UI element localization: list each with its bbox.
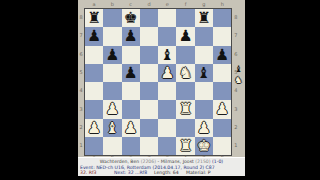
white-rook-f1[interactable]: ♜ — [176, 137, 194, 155]
square-d2[interactable] — [140, 119, 158, 137]
white-king-g1[interactable]: ♚ — [195, 137, 213, 155]
square-g8[interactable]: ♜ — [195, 9, 213, 27]
square-f4[interactable] — [176, 82, 194, 100]
file-label-d: d — [140, 2, 158, 7]
rank-label-8: 8 — [79, 8, 84, 26]
file-label-f: f — [177, 2, 195, 7]
square-c6[interactable] — [122, 46, 140, 64]
next-move: Next: 32 ...Rf8 — [114, 170, 154, 176]
game-info-panel: Wachterden, Ben (2206) - Milmans, Joost … — [78, 157, 245, 176]
black-bishop-e6[interactable]: ♝ — [158, 46, 176, 64]
square-b4[interactable] — [103, 82, 121, 100]
square-b2[interactable]: ♝ — [103, 119, 121, 137]
rank-label-5: 5 — [79, 63, 84, 81]
material-tray: ♝ ♞ — [233, 64, 244, 86]
square-h4[interactable] — [213, 82, 231, 100]
material-white-piece-icon: ♞ — [233, 75, 244, 86]
square-g3[interactable] — [195, 100, 213, 118]
file-label-h: h — [213, 2, 231, 7]
rank-label-6: 6 — [233, 45, 238, 63]
white-pawn-e5[interactable]: ♟ — [158, 64, 176, 82]
black-pawn-b6[interactable]: ♟ — [103, 46, 121, 64]
square-e7[interactable] — [158, 27, 176, 45]
rank-label-4: 4 — [79, 81, 84, 99]
square-g5[interactable]: ♝ — [195, 64, 213, 82]
square-b1[interactable] — [103, 137, 121, 155]
rank-label-2: 2 — [79, 118, 84, 136]
square-f1[interactable]: ♜ — [176, 137, 194, 155]
square-f8[interactable] — [176, 9, 194, 27]
black-pawn-f7[interactable]: ♟ — [176, 27, 194, 45]
game-length: Length: 64 — [154, 170, 186, 176]
square-f3[interactable]: ♜ — [176, 100, 194, 118]
square-a3[interactable] — [85, 100, 103, 118]
file-label-c: c — [122, 2, 140, 7]
black-pawn-a7[interactable]: ♟ — [85, 27, 103, 45]
square-d6[interactable] — [140, 46, 158, 64]
material-balance: Material: P — [186, 170, 210, 176]
black-rook-a8[interactable]: ♜ — [85, 9, 103, 27]
square-g4[interactable] — [195, 82, 213, 100]
square-e2[interactable] — [158, 119, 176, 137]
square-b7[interactable] — [103, 27, 121, 45]
black-rook-g8[interactable]: ♜ — [195, 9, 213, 27]
rank-label-3: 3 — [233, 100, 238, 118]
rank-label-7: 7 — [233, 26, 238, 44]
square-c3[interactable] — [122, 100, 140, 118]
square-e4[interactable] — [158, 82, 176, 100]
square-c5[interactable]: ♟ — [122, 64, 140, 82]
file-label-g: g — [195, 2, 213, 7]
square-d8[interactable] — [140, 9, 158, 27]
status-line: 32. Rf3 Next: 32 ...Rf8 Length: 64 Mater… — [80, 170, 243, 176]
black-player-name: Milmans, Joost — [161, 159, 194, 164]
game-result: (1-0) — [212, 159, 223, 164]
square-g1[interactable]: ♚ — [195, 137, 213, 155]
square-c1[interactable] — [122, 137, 140, 155]
square-a1[interactable] — [85, 137, 103, 155]
square-f6[interactable] — [176, 46, 194, 64]
square-a6[interactable] — [85, 46, 103, 64]
square-h3[interactable]: ♟ — [213, 100, 231, 118]
white-player-rating: (2206) — [141, 159, 156, 164]
square-b5[interactable] — [103, 64, 121, 82]
chess-board-area: ♜♚♜♟♟♟♟♝♟♟♟♞♝♟♜♟♟♝♟♟♜♚ aabbccddeeffgghh8… — [78, 0, 245, 158]
square-g7[interactable] — [195, 27, 213, 45]
square-a4[interactable] — [85, 82, 103, 100]
white-pawn-a2[interactable]: ♟ — [85, 119, 103, 137]
black-bishop-g5[interactable]: ♝ — [195, 64, 213, 82]
black-pawn-c5[interactable]: ♟ — [122, 64, 140, 82]
square-g6[interactable] — [195, 46, 213, 64]
rank-label-7: 7 — [79, 26, 84, 44]
square-h8[interactable] — [213, 9, 231, 27]
square-b6[interactable]: ♟ — [103, 46, 121, 64]
square-d1[interactable] — [140, 137, 158, 155]
square-h7[interactable] — [213, 27, 231, 45]
square-b3[interactable]: ♟ — [103, 100, 121, 118]
chess-board[interactable]: ♜♚♜♟♟♟♟♝♟♟♟♞♝♟♜♟♟♝♟♟♜♚ — [84, 8, 232, 156]
file-label-b: b — [103, 2, 121, 7]
square-a5[interactable] — [85, 64, 103, 82]
rank-label-6: 6 — [79, 45, 84, 63]
square-h5[interactable] — [213, 64, 231, 82]
square-a7[interactable]: ♟ — [85, 27, 103, 45]
file-label-e: e — [158, 2, 176, 7]
square-e8[interactable] — [158, 9, 176, 27]
square-d5[interactable] — [140, 64, 158, 82]
square-d7[interactable] — [140, 27, 158, 45]
square-c2[interactable]: ♟ — [122, 119, 140, 137]
rank-label-2: 2 — [233, 118, 238, 136]
square-d3[interactable] — [140, 100, 158, 118]
square-e5[interactable]: ♟ — [158, 64, 176, 82]
white-pawn-h3[interactable]: ♟ — [213, 100, 231, 118]
rank-label-8: 8 — [233, 8, 238, 26]
material-black-piece-icon: ♝ — [233, 64, 244, 75]
square-c8[interactable]: ♚ — [122, 9, 140, 27]
players-separator: - — [157, 159, 159, 164]
white-pawn-c2[interactable]: ♟ — [122, 119, 140, 137]
white-pawn-b3[interactable]: ♟ — [103, 100, 121, 118]
rank-label-1: 1 — [233, 136, 238, 154]
black-player-rating: (2150) — [195, 159, 210, 164]
square-d4[interactable] — [140, 82, 158, 100]
black-king-c8[interactable]: ♚ — [122, 9, 140, 27]
white-rook-f3[interactable]: ♜ — [176, 100, 194, 118]
square-f2[interactable] — [176, 119, 194, 137]
video-frame: ♜♚♜♟♟♟♟♝♟♟♟♞♝♟♜♟♟♝♟♟♜♚ aabbccddeeffgghh8… — [78, 0, 245, 176]
square-e3[interactable] — [158, 100, 176, 118]
file-label-a: a — [85, 2, 103, 7]
square-e1[interactable] — [158, 137, 176, 155]
square-h6[interactable]: ♟ — [213, 46, 231, 64]
white-knight-f5[interactable]: ♞ — [176, 64, 194, 82]
square-f7[interactable]: ♟ — [176, 27, 194, 45]
white-pawn-g2[interactable]: ♟ — [195, 119, 213, 137]
square-a8[interactable]: ♜ — [85, 9, 103, 27]
black-pawn-c7[interactable]: ♟ — [122, 27, 140, 45]
square-b8[interactable] — [103, 9, 121, 27]
black-pawn-h6[interactable]: ♟ — [213, 46, 231, 64]
rank-label-3: 3 — [79, 100, 84, 118]
square-g2[interactable]: ♟ — [195, 119, 213, 137]
square-a2[interactable]: ♟ — [85, 119, 103, 137]
white-bishop-b2[interactable]: ♝ — [103, 119, 121, 137]
white-player-name: Wachterden, Ben — [100, 159, 139, 164]
players-line: Wachterden, Ben (2206) - Milmans, Joost … — [80, 159, 243, 165]
square-h2[interactable] — [213, 119, 231, 137]
square-e6[interactable]: ♝ — [158, 46, 176, 64]
square-h1[interactable] — [213, 137, 231, 155]
square-c4[interactable] — [122, 82, 140, 100]
current-move: 32. Rf3 — [80, 170, 114, 176]
square-f5[interactable]: ♞ — [176, 64, 194, 82]
rank-label-1: 1 — [79, 136, 84, 154]
square-c7[interactable]: ♟ — [122, 27, 140, 45]
